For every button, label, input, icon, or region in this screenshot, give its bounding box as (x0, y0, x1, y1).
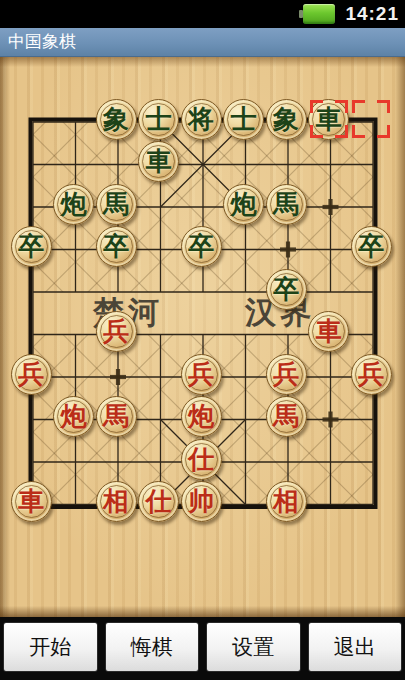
piece-label: 炮 (54, 185, 93, 224)
piece-label: 帅 (182, 482, 221, 521)
red-車-piece[interactable]: 車 (308, 311, 349, 352)
red-炮-piece[interactable]: 炮 (53, 396, 94, 437)
piece-label: 炮 (54, 397, 93, 436)
piece-label: 将 (182, 100, 221, 139)
xiangqi-board[interactable]: 楚河 汉界 象士将士象車車炮馬炮馬卒卒卒卒卒兵車兵兵兵兵炮馬炮馬仕車相仕帅相 (0, 57, 405, 617)
piece-label: 卒 (267, 270, 306, 309)
piece-label: 兵 (97, 312, 136, 351)
red-兵-piece[interactable]: 兵 (96, 311, 137, 352)
red-兵-piece[interactable]: 兵 (266, 354, 307, 395)
black-卒-piece[interactable]: 卒 (266, 269, 307, 310)
red-炮-piece[interactable]: 炮 (181, 396, 222, 437)
piece-label: 車 (309, 100, 348, 139)
black-炮-piece[interactable]: 炮 (223, 184, 264, 225)
red-兵-piece[interactable]: 兵 (11, 354, 52, 395)
black-象-piece[interactable]: 象 (266, 99, 307, 140)
piece-label: 仕 (182, 440, 221, 479)
piece-label: 士 (139, 100, 178, 139)
piece-label: 卒 (352, 227, 391, 266)
piece-label: 相 (97, 482, 136, 521)
black-卒-piece[interactable]: 卒 (351, 226, 392, 267)
piece-label: 馬 (267, 185, 306, 224)
piece-label: 兵 (352, 355, 391, 394)
piece-label: 馬 (267, 397, 306, 436)
black-車-piece[interactable]: 車 (138, 141, 179, 182)
piece-label: 兵 (12, 355, 51, 394)
piece-label: 相 (267, 482, 306, 521)
red-車-piece[interactable]: 車 (11, 481, 52, 522)
piece-label: 仕 (139, 482, 178, 521)
bottom-button-bar: 开始 悔棋 设置 退出 (0, 617, 405, 680)
settings-button[interactable]: 设置 (206, 622, 301, 672)
black-象-piece[interactable]: 象 (96, 99, 137, 140)
app-title: 中国象棋 (0, 28, 76, 56)
red-相-piece[interactable]: 相 (96, 481, 137, 522)
black-士-piece[interactable]: 士 (223, 99, 264, 140)
red-帅-piece[interactable]: 帅 (181, 481, 222, 522)
start-button[interactable]: 开始 (3, 622, 98, 672)
piece-label: 炮 (182, 397, 221, 436)
title-bar: 中国象棋 (0, 28, 405, 57)
status-bar: 14:21 (0, 0, 405, 28)
piece-label: 象 (267, 100, 306, 139)
red-仕-piece[interactable]: 仕 (181, 439, 222, 480)
status-clock: 14:21 (345, 3, 399, 25)
piece-label: 象 (97, 100, 136, 139)
piece-label: 兵 (182, 355, 221, 394)
black-馬-piece[interactable]: 馬 (96, 184, 137, 225)
undo-button[interactable]: 悔棋 (105, 622, 200, 672)
red-馬-piece[interactable]: 馬 (96, 396, 137, 437)
black-卒-piece[interactable]: 卒 (181, 226, 222, 267)
piece-label: 卒 (12, 227, 51, 266)
black-馬-piece[interactable]: 馬 (266, 184, 307, 225)
red-相-piece[interactable]: 相 (266, 481, 307, 522)
black-炮-piece[interactable]: 炮 (53, 184, 94, 225)
piece-label: 馬 (97, 397, 136, 436)
piece-label: 卒 (182, 227, 221, 266)
red-馬-piece[interactable]: 馬 (266, 396, 307, 437)
battery-icon (299, 4, 335, 24)
piece-label: 炮 (224, 185, 263, 224)
piece-label: 馬 (97, 185, 136, 224)
piece-label: 車 (12, 482, 51, 521)
black-車-piece[interactable]: 車 (308, 99, 349, 140)
red-兵-piece[interactable]: 兵 (351, 354, 392, 395)
piece-label: 士 (224, 100, 263, 139)
piece-label: 卒 (97, 227, 136, 266)
red-兵-piece[interactable]: 兵 (181, 354, 222, 395)
battery-level (303, 4, 335, 24)
black-士-piece[interactable]: 士 (138, 99, 179, 140)
black-卒-piece[interactable]: 卒 (96, 226, 137, 267)
black-将-piece[interactable]: 将 (181, 99, 222, 140)
phone-screen: 14:21 中国象棋 楚河 汉界 象士将士象車車炮馬炮馬卒卒卒卒卒兵車兵兵兵兵炮… (0, 0, 405, 680)
exit-button[interactable]: 退出 (308, 622, 403, 672)
red-仕-piece[interactable]: 仕 (138, 481, 179, 522)
black-卒-piece[interactable]: 卒 (11, 226, 52, 267)
piece-label: 車 (309, 312, 348, 351)
piece-label: 車 (139, 142, 178, 181)
piece-label: 兵 (267, 355, 306, 394)
